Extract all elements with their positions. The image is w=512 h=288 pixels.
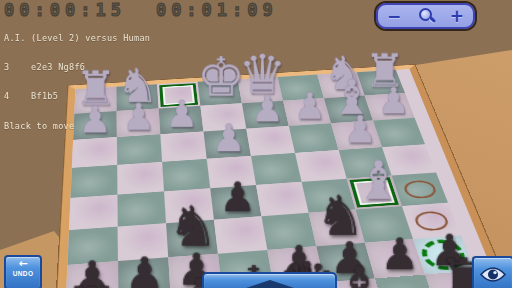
status-panel: A.I. (Level 2) versus Human 3 e2e3 Ng8f6…: [4, 14, 150, 141]
matchup-text: A.I. (Level 2) versus Human: [4, 34, 150, 44]
view-button[interactable]: [472, 256, 512, 288]
square-a3[interactable]: [373, 118, 425, 147]
square-f2[interactable]: ♟: [159, 106, 204, 134]
square-f1[interactable]: [157, 82, 200, 109]
square-e5[interactable]: ♟: [210, 185, 261, 220]
square-g4[interactable]: [117, 162, 164, 195]
turn-indicator: Black to move: [4, 122, 150, 132]
square-c4[interactable]: [295, 150, 347, 182]
square-e3[interactable]: ♟: [203, 129, 251, 159]
square-h6[interactable]: [68, 227, 119, 265]
square-a1[interactable]: ♜: [357, 70, 405, 96]
square-g7[interactable]: ♟: [118, 257, 171, 288]
square-e6[interactable]: [214, 216, 267, 253]
drawer-handle[interactable]: [202, 272, 337, 288]
square-d5[interactable]: [256, 182, 309, 216]
square-h4[interactable]: [71, 165, 118, 198]
white-queen: ♛: [238, 48, 286, 102]
square-a7[interactable]: ♟: [413, 235, 475, 274]
zoom-control[interactable]: − +: [376, 3, 475, 29]
move-history-line: 4 Bf1b5: [4, 92, 150, 102]
square-f5[interactable]: [164, 188, 214, 223]
black-clock: 00:01:09: [156, 0, 278, 20]
white-pawn: ♟: [377, 83, 409, 119]
move-history-line: 3 e2e3 Ng8f6: [4, 63, 150, 73]
square-c1[interactable]: [278, 75, 324, 101]
square-c2[interactable]: ♟: [283, 98, 331, 126]
square-a5[interactable]: [392, 173, 448, 207]
square-a4[interactable]: [382, 144, 436, 175]
square-g6[interactable]: [118, 223, 168, 261]
undo-button[interactable]: ← UNDO: [4, 255, 42, 288]
square-d1[interactable]: ♛: [238, 77, 283, 103]
chess-app-screen: { "game": "chess", "position": { "fen": …: [0, 0, 512, 288]
square-a2[interactable]: ♟: [365, 93, 415, 120]
white-king: ♚: [197, 50, 245, 104]
up-arrow-icon: [246, 280, 294, 288]
zoom-in-button[interactable]: +: [450, 8, 464, 25]
square-e1[interactable]: ♚: [198, 79, 242, 105]
square-e2[interactable]: [200, 103, 246, 131]
undo-label: UNDO: [6, 270, 40, 277]
square-h7[interactable]: ♟: [66, 261, 119, 288]
white-knight: ♞: [323, 50, 365, 96]
square-g5[interactable]: [117, 191, 166, 226]
square-f4[interactable]: [162, 159, 210, 192]
square-f3[interactable]: [160, 131, 206, 161]
square-d2[interactable]: ♟: [242, 101, 289, 129]
left-arrow-icon: ←: [6, 258, 40, 270]
eye-icon: [480, 266, 506, 283]
square-b5[interactable]: ♝: [347, 176, 402, 210]
white-rook: ♜: [364, 48, 405, 94]
square-d4[interactable]: [251, 153, 302, 185]
square-d6[interactable]: [261, 213, 316, 250]
square-h5[interactable]: [69, 195, 118, 231]
square-c5[interactable]: [302, 179, 356, 213]
square-d3[interactable]: [246, 126, 295, 156]
magnifier-icon: [419, 8, 432, 21]
square-f6[interactable]: ♞: [166, 220, 218, 258]
zoom-out-button[interactable]: −: [387, 8, 401, 25]
square-c3[interactable]: [289, 123, 339, 153]
square-e4[interactable]: [207, 156, 256, 188]
square-a6[interactable]: [402, 203, 461, 239]
square-h3[interactable]: [72, 137, 117, 168]
